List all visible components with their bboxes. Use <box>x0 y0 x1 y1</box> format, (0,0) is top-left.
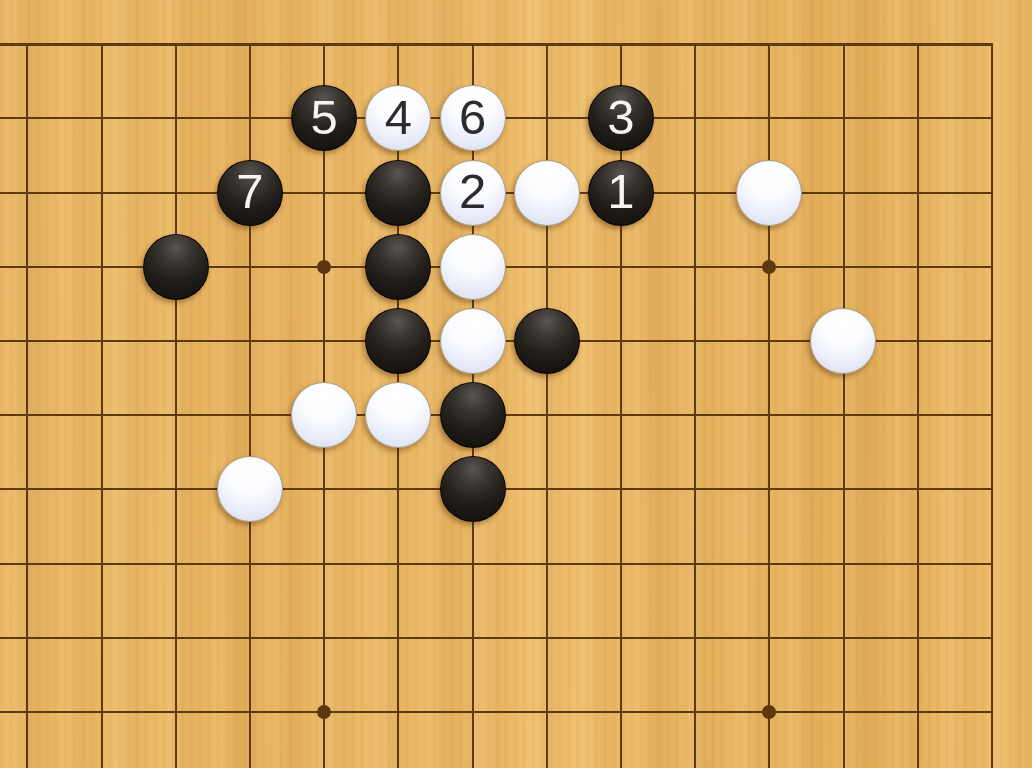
stone-white-2: 2 <box>440 160 506 226</box>
stone-black <box>365 160 431 226</box>
move-number-label: 2 <box>459 167 486 216</box>
stone-white <box>440 234 506 300</box>
stone-white-4: 4 <box>365 85 431 151</box>
board-stones-grid: 5463721 <box>0 7 1029 749</box>
move-number-label: 6 <box>459 93 486 142</box>
stone-black-7: 7 <box>217 160 283 226</box>
move-number-label: 5 <box>311 93 338 142</box>
stone-white <box>514 160 580 226</box>
stone-black-5: 5 <box>291 85 357 151</box>
stone-black <box>365 234 431 300</box>
stone-black-1: 1 <box>588 160 654 226</box>
stone-white <box>217 456 283 522</box>
stone-black <box>440 456 506 522</box>
stone-white-6: 6 <box>440 85 506 151</box>
stone-white <box>736 160 802 226</box>
stone-white <box>291 382 357 448</box>
stone-black <box>514 308 580 374</box>
move-number-label: 4 <box>385 93 412 142</box>
move-number-label: 1 <box>607 167 634 216</box>
stone-white <box>365 382 431 448</box>
stone-black <box>365 308 431 374</box>
stone-white <box>440 308 506 374</box>
stone-white <box>810 308 876 374</box>
move-number-label: 3 <box>607 93 634 142</box>
stone-black-3: 3 <box>588 85 654 151</box>
move-number-label: 7 <box>236 167 263 216</box>
go-board[interactable]: 5463721 <box>0 0 1032 768</box>
stone-black <box>143 234 209 300</box>
stone-black <box>440 382 506 448</box>
